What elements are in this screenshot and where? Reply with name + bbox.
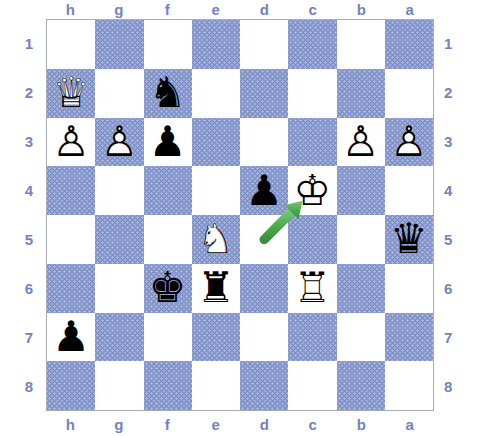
square-d6 [240,264,288,313]
square-b5 [337,215,385,264]
file-label: b [337,0,386,19]
rank-label: 6 [0,264,46,313]
rank-labels-right: 1 2 3 4 5 6 7 8 [434,19,489,411]
square-b7 [337,313,385,362]
square-a2 [385,69,433,118]
square-g3: ♟♙ [95,118,143,167]
file-label: b [337,412,386,436]
square-c2 [288,69,336,118]
square-c4: ♚♔ [288,166,336,215]
square-a7 [385,313,433,362]
square-d5 [240,215,288,264]
square-g8 [95,361,143,410]
square-e3 [192,118,240,167]
rank-label: 8 [0,362,46,411]
file-label: g [95,0,144,19]
square-c5 [288,215,336,264]
square-d1 [240,20,288,69]
white-pawn-piece: ♟♙ [337,118,385,167]
file-label: h [46,412,95,436]
square-f6: ♚ [144,264,192,313]
file-label: f [143,0,192,19]
square-d7 [240,313,288,362]
square-d4: ♟ [240,166,288,215]
file-label: d [240,412,289,436]
white-rook-piece: ♜♖ [288,264,336,313]
square-f4 [144,166,192,215]
square-d2 [240,69,288,118]
square-b2 [337,69,385,118]
file-label: g [95,412,144,436]
file-label: c [289,412,338,436]
square-a8 [385,361,433,410]
black-pawn-piece: ♟ [240,166,288,215]
square-b4 [337,166,385,215]
rank-label: 8 [434,362,489,411]
black-pawn-piece: ♟ [47,313,95,362]
square-f1 [144,20,192,69]
file-label: e [192,412,241,436]
black-rook-piece: ♜ [192,264,240,313]
rank-label: 5 [434,215,489,264]
file-labels-bottom: h g f e d c b a [46,412,434,436]
rank-label: 7 [0,313,46,362]
square-g5 [95,215,143,264]
black-queen-piece: ♛ [385,215,433,264]
rank-label: 6 [434,264,489,313]
square-e8 [192,361,240,410]
file-label: a [386,0,435,19]
square-f7 [144,313,192,362]
square-d3 [240,118,288,167]
black-knight-piece: ♞ [144,69,192,118]
square-f8 [144,361,192,410]
square-h6 [47,264,95,313]
square-f3: ♟ [144,118,192,167]
square-h8 [47,361,95,410]
rank-label: 3 [0,117,46,166]
square-e1 [192,20,240,69]
file-label: h [46,0,95,19]
square-g7 [95,313,143,362]
square-a1 [385,20,433,69]
file-label: c [289,0,338,19]
square-h3: ♟♙ [47,118,95,167]
white-pawn-piece: ♟♙ [95,118,143,167]
square-b3: ♟♙ [337,118,385,167]
square-c3 [288,118,336,167]
file-label: d [240,0,289,19]
square-h5 [47,215,95,264]
square-b8 [337,361,385,410]
square-b1 [337,20,385,69]
rank-label: 2 [434,68,489,117]
square-e6: ♜ [192,264,240,313]
square-c6: ♜♖ [288,264,336,313]
chess-board: ♛♕♞♟♙♟♙♟♟♙♟♙♟♚♔♞♘♛♚♜♜♖♟ [46,19,434,411]
rank-label: 1 [434,19,489,68]
black-pawn-piece: ♟ [144,118,192,167]
rank-label: 2 [0,68,46,117]
white-pawn-piece: ♟♙ [385,118,433,167]
file-labels-top: h g f e d c b a [46,0,434,19]
square-a5: ♛ [385,215,433,264]
black-king-piece: ♚ [144,264,192,313]
square-e5: ♞♘ [192,215,240,264]
square-e2 [192,69,240,118]
chess-diagram: h g f e d c b a 1 2 3 4 5 6 7 8 1 2 3 4 … [0,0,489,436]
rank-label: 5 [0,215,46,264]
square-h2: ♛♕ [47,69,95,118]
square-a6 [385,264,433,313]
square-h4 [47,166,95,215]
square-g6 [95,264,143,313]
rank-label: 1 [0,19,46,68]
square-c8 [288,361,336,410]
white-knight-piece: ♞♘ [192,215,240,264]
square-h7: ♟ [47,313,95,362]
rank-label: 4 [0,166,46,215]
square-d8 [240,361,288,410]
square-h1 [47,20,95,69]
square-b6 [337,264,385,313]
white-queen-piece: ♛♕ [47,69,95,118]
square-g1 [95,20,143,69]
square-a3: ♟♙ [385,118,433,167]
square-c1 [288,20,336,69]
square-e4 [192,166,240,215]
rank-label: 4 [434,166,489,215]
rank-label: 3 [434,117,489,166]
file-label: f [143,412,192,436]
square-e7 [192,313,240,362]
rank-labels-left: 1 2 3 4 5 6 7 8 [0,19,46,411]
file-label: e [192,0,241,19]
file-label: a [386,412,435,436]
square-f5 [144,215,192,264]
rank-label: 7 [434,313,489,362]
white-king-piece: ♚♔ [288,166,336,215]
square-g2 [95,69,143,118]
square-c7 [288,313,336,362]
square-a4 [385,166,433,215]
square-f2: ♞ [144,69,192,118]
white-pawn-piece: ♟♙ [47,118,95,167]
square-g4 [95,166,143,215]
